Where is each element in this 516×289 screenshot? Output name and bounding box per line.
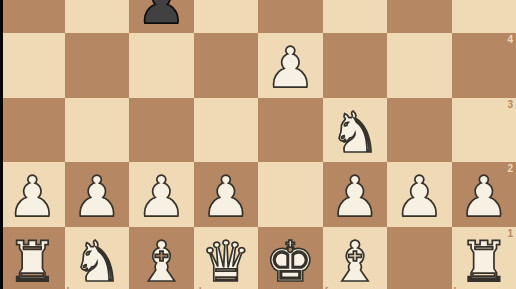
- chess-board: ♟♟4♞3♟♟♟♟♟♟♟2♜a♞b♝c♛d♚e♝fg♜1h: [0, 0, 516, 289]
- square-d2[interactable]: ♟: [194, 162, 259, 227]
- square-h5[interactable]: [452, 0, 516, 33]
- white-pawn[interactable]: ♟: [72, 169, 122, 225]
- square-g1[interactable]: g: [387, 227, 452, 289]
- rank-label-2: 2: [507, 164, 513, 174]
- white-knight[interactable]: ♞: [72, 234, 122, 289]
- square-g2[interactable]: ♟: [387, 162, 452, 227]
- square-a5[interactable]: [0, 0, 65, 33]
- square-g5[interactable]: [387, 0, 452, 33]
- square-e2[interactable]: [258, 162, 323, 227]
- white-pawn[interactable]: ♟: [265, 40, 315, 96]
- square-d1[interactable]: ♛d: [194, 227, 259, 289]
- square-c3[interactable]: [129, 98, 194, 163]
- square-f2[interactable]: ♟: [323, 162, 388, 227]
- square-c1[interactable]: ♝c: [129, 227, 194, 289]
- rank-label-1: 1: [507, 229, 513, 239]
- square-h2[interactable]: ♟2: [452, 162, 516, 227]
- square-a4[interactable]: [0, 33, 65, 98]
- square-b3[interactable]: [65, 98, 130, 163]
- square-a2[interactable]: ♟: [0, 162, 65, 227]
- square-f4[interactable]: [323, 33, 388, 98]
- square-g3[interactable]: [387, 98, 452, 163]
- square-e4[interactable]: ♟: [258, 33, 323, 98]
- square-h4[interactable]: 4: [452, 33, 516, 98]
- white-pawn[interactable]: ♟: [201, 169, 251, 225]
- square-c5[interactable]: ♟: [129, 0, 194, 33]
- white-bishop[interactable]: ♝: [136, 234, 186, 289]
- white-pawn[interactable]: ♟: [459, 169, 509, 225]
- white-queen[interactable]: ♛: [201, 234, 251, 289]
- white-pawn[interactable]: ♟: [394, 169, 444, 225]
- white-pawn[interactable]: ♟: [330, 169, 380, 225]
- square-e1[interactable]: ♚e: [258, 227, 323, 289]
- left-edge-bar: [0, 0, 3, 289]
- square-f1[interactable]: ♝f: [323, 227, 388, 289]
- square-c4[interactable]: [129, 33, 194, 98]
- square-d4[interactable]: [194, 33, 259, 98]
- square-g4[interactable]: [387, 33, 452, 98]
- square-b1[interactable]: ♞b: [65, 227, 130, 289]
- square-a3[interactable]: [0, 98, 65, 163]
- square-f5[interactable]: [323, 0, 388, 33]
- black-pawn[interactable]: ♟: [136, 0, 186, 32]
- square-b4[interactable]: [65, 33, 130, 98]
- white-pawn[interactable]: ♟: [136, 169, 186, 225]
- square-b5[interactable]: [65, 0, 130, 33]
- square-a1[interactable]: ♜a: [0, 227, 65, 289]
- rank-label-3: 3: [507, 100, 513, 110]
- square-f3[interactable]: ♞: [323, 98, 388, 163]
- square-d3[interactable]: [194, 98, 259, 163]
- white-rook[interactable]: ♜: [7, 234, 57, 289]
- square-b2[interactable]: ♟: [65, 162, 130, 227]
- white-rook[interactable]: ♜: [459, 234, 509, 289]
- square-d5[interactable]: [194, 0, 259, 33]
- white-bishop[interactable]: ♝: [330, 234, 380, 289]
- board-viewport: ♟♟4♞3♟♟♟♟♟♟♟2♜a♞b♝c♛d♚e♝fg♜1h: [0, 0, 516, 289]
- square-e3[interactable]: [258, 98, 323, 163]
- white-king[interactable]: ♚: [265, 234, 315, 289]
- square-e5[interactable]: [258, 0, 323, 33]
- square-h1[interactable]: ♜1h: [452, 227, 516, 289]
- square-h3[interactable]: 3: [452, 98, 516, 163]
- white-knight[interactable]: ♞: [330, 105, 380, 161]
- square-c2[interactable]: ♟: [129, 162, 194, 227]
- white-pawn[interactable]: ♟: [7, 169, 57, 225]
- rank-label-4: 4: [507, 35, 513, 45]
